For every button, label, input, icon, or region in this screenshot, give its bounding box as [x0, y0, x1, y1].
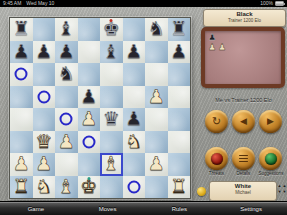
- square-b6[interactable]: [33, 63, 56, 86]
- threats-button[interactable]: [205, 147, 228, 170]
- square-g2[interactable]: ♟: [145, 153, 168, 176]
- square-h3[interactable]: [168, 131, 191, 154]
- white-player-name: White: [210, 183, 276, 190]
- square-g7[interactable]: [145, 41, 168, 64]
- square-d8[interactable]: [78, 18, 101, 41]
- square-e5[interactable]: [100, 86, 123, 109]
- square-d4[interactable]: ♟: [78, 108, 101, 131]
- bottom-toolbar: Game Moves Rules Settings: [0, 201, 287, 215]
- square-b7[interactable]: ♟: [33, 41, 56, 64]
- back-button[interactable]: ◀: [232, 110, 255, 133]
- square-d2[interactable]: [78, 153, 101, 176]
- square-b3[interactable]: ♛: [33, 131, 56, 154]
- white-bishop: ♝: [103, 153, 120, 175]
- white-bishop: ♝: [58, 176, 75, 198]
- square-c5[interactable]: [55, 86, 78, 109]
- white-pawn: ♟: [35, 153, 52, 175]
- black-pawn: ♟: [125, 41, 142, 63]
- black-pawn: ♟: [170, 41, 187, 63]
- square-d1[interactable]: ♚: [78, 176, 101, 199]
- white-pawn: ♟: [58, 131, 75, 153]
- square-g3[interactable]: [145, 131, 168, 154]
- captured-white-pawn: ♟: [208, 42, 216, 52]
- square-h7[interactable]: ♟: [168, 41, 191, 64]
- square-g4[interactable]: [145, 108, 168, 131]
- square-h4[interactable]: [168, 108, 191, 131]
- details-lines-icon: [239, 155, 248, 163]
- black-knight: ♞: [58, 63, 75, 85]
- square-f1[interactable]: [123, 176, 146, 199]
- square-b2[interactable]: ♟: [33, 153, 56, 176]
- black-pawn: ♟: [125, 108, 142, 130]
- square-a3[interactable]: [10, 131, 33, 154]
- black-king-cross-mark: [110, 19, 113, 22]
- toolbar-moves[interactable]: Moves: [72, 206, 144, 212]
- square-d3[interactable]: [78, 131, 101, 154]
- square-e6[interactable]: [100, 63, 123, 86]
- suggestions-label: Suggestions: [250, 171, 287, 176]
- app-screen: 9:45 AM Wed May 10 100% ♜♝♚♞♜♟♟♟♝♟♟♞♟♟♟♛…: [0, 0, 287, 215]
- square-e2[interactable]: ♝: [100, 153, 123, 176]
- square-f4[interactable]: ♟: [123, 108, 146, 131]
- square-b1[interactable]: ♞: [33, 176, 56, 199]
- white-king-cross-mark: [87, 177, 90, 180]
- white-queen: ♛: [35, 131, 52, 153]
- square-h8[interactable]: ♜: [168, 18, 191, 41]
- white-turn-indicator: [197, 187, 206, 196]
- square-g5[interactable]: ♟: [145, 86, 168, 109]
- square-a8[interactable]: ♜: [10, 18, 33, 41]
- black-queen: ♛: [103, 108, 120, 130]
- square-h5[interactable]: [168, 86, 191, 109]
- white-knight: ♞: [35, 176, 52, 198]
- square-f8[interactable]: [123, 18, 146, 41]
- black-pawn: ♟: [80, 86, 97, 108]
- square-b8[interactable]: [33, 18, 56, 41]
- square-d5[interactable]: ♟: [78, 86, 101, 109]
- battery-icon: [275, 1, 284, 6]
- square-a4[interactable]: [10, 108, 33, 131]
- chess-board: ♜♝♚♞♜♟♟♟♝♟♟♞♟♟♟♛♟♛♟♞♟♟♝♟♜♞♝♚♜: [9, 17, 191, 199]
- toolbar-rules[interactable]: Rules: [144, 206, 216, 212]
- flip-board-icon: ↻: [212, 116, 221, 127]
- details-button[interactable]: [232, 147, 255, 170]
- square-c1[interactable]: ♝: [55, 176, 78, 199]
- white-rook: ♜: [170, 176, 187, 198]
- square-a5[interactable]: [10, 86, 33, 109]
- white-player-box: White Michael: [209, 181, 277, 201]
- black-rook: ♜: [13, 18, 30, 40]
- square-c2[interactable]: [55, 153, 78, 176]
- white-knight: ♞: [125, 131, 142, 153]
- status-bar: 9:45 AM Wed May 10 100%: [0, 0, 287, 7]
- square-e8[interactable]: ♚: [100, 18, 123, 41]
- white-pawn: ♟: [80, 108, 97, 130]
- white-rook: ♜: [13, 176, 30, 198]
- back-icon: ◀: [240, 116, 247, 127]
- captured-tray: ♟♟♟: [201, 27, 285, 88]
- status-time: 9:45 AM: [3, 0, 21, 7]
- square-a6[interactable]: [10, 63, 33, 86]
- square-e4[interactable]: ♛: [100, 108, 123, 131]
- toolbar-settings[interactable]: Settings: [215, 206, 287, 212]
- square-a1[interactable]: ♜: [10, 176, 33, 199]
- square-c7[interactable]: ♟: [55, 41, 78, 64]
- white-pawn: ♟: [148, 86, 165, 108]
- black-bishop: ♝: [103, 41, 120, 63]
- white-pawn: ♟: [13, 153, 30, 175]
- suggestions-button[interactable]: [259, 147, 282, 170]
- square-b5[interactable]: [33, 86, 56, 109]
- forward-button[interactable]: ▶: [259, 110, 282, 133]
- square-f6[interactable]: [123, 63, 146, 86]
- suggestions-jewel-icon: [265, 153, 277, 165]
- square-d7[interactable]: [78, 41, 101, 64]
- square-e1[interactable]: [100, 176, 123, 199]
- square-c6[interactable]: ♞: [55, 63, 78, 86]
- black-pawn: ♟: [13, 41, 30, 63]
- square-e7[interactable]: ♝: [100, 41, 123, 64]
- square-c3[interactable]: ♟: [55, 131, 78, 154]
- square-h2[interactable]: [168, 153, 191, 176]
- square-d6[interactable]: [78, 63, 101, 86]
- square-f2[interactable]: [123, 153, 146, 176]
- flip-board-button[interactable]: ↻: [205, 110, 228, 133]
- square-f5[interactable]: [123, 86, 146, 109]
- threats-jewel-icon: [211, 153, 223, 165]
- square-f7[interactable]: ♟: [123, 41, 146, 64]
- square-e3[interactable]: [100, 131, 123, 154]
- black-player-subtitle: Trainer 1200 Elo: [204, 18, 285, 23]
- square-a2[interactable]: ♟: [10, 153, 33, 176]
- black-pawn: ♟: [35, 41, 52, 63]
- white-player-subtitle: Michael: [210, 190, 276, 195]
- square-h1[interactable]: ♜: [168, 176, 191, 199]
- black-player-box: Black Trainer 1200 Elo: [203, 9, 286, 27]
- black-pawn: ♟: [58, 41, 75, 63]
- forward-icon: ▶: [267, 116, 274, 127]
- square-a7[interactable]: ♟: [10, 41, 33, 64]
- white-pawn: ♟: [148, 153, 165, 175]
- square-g8[interactable]: ♞: [145, 18, 168, 41]
- battery-percent: 100%: [260, 0, 273, 7]
- square-g6[interactable]: [145, 63, 168, 86]
- black-rook: ♜: [170, 18, 187, 40]
- black-knight: ♞: [148, 18, 165, 40]
- square-c4[interactable]: [55, 108, 78, 131]
- square-c8[interactable]: ♝: [55, 18, 78, 41]
- toolbar-game[interactable]: Game: [0, 206, 72, 212]
- square-h6[interactable]: [168, 63, 191, 86]
- status-date: Wed May 10: [26, 0, 54, 7]
- black-bishop: ♝: [58, 18, 75, 40]
- square-g1[interactable]: [145, 176, 168, 199]
- square-b4[interactable]: [33, 108, 56, 131]
- match-label: Me vs Trainer 1200 Elo: [200, 97, 287, 103]
- black-player-name: Black: [204, 11, 285, 18]
- captured-white-pawn: ♟: [218, 42, 226, 52]
- square-f3[interactable]: ♞: [123, 131, 146, 154]
- captured-black-pawn: ♟: [208, 32, 216, 42]
- rotate-arrows-icon[interactable]: ▲▲▼▼: [277, 183, 287, 195]
